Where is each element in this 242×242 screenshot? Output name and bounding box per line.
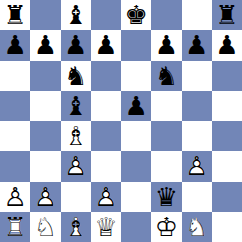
square-c2[interactable]	[61, 182, 91, 212]
piece-black-pawn: ♟	[0, 30, 30, 60]
piece-white-pawn: ♟♙	[182, 151, 212, 181]
chess-board: ♜♝♚♜♟♟♟♟♟♟♟♞♞♝♟♝♗♟♙♟♙♟♙♟♙♟♙♛♜♖♞♘♝♗♛♕♚♔♞♘	[0, 0, 242, 242]
piece-black-pawn: ♟	[91, 30, 121, 60]
square-f7[interactable]: ♟	[151, 30, 181, 60]
square-d2[interactable]: ♟♙	[91, 182, 121, 212]
square-h8[interactable]: ♜	[212, 0, 242, 30]
square-c8[interactable]: ♝	[61, 0, 91, 30]
square-g5[interactable]	[182, 91, 212, 121]
piece-white-knight: ♞♘	[30, 212, 60, 242]
square-f5[interactable]	[151, 91, 181, 121]
square-c7[interactable]: ♟	[61, 30, 91, 60]
square-e7[interactable]	[121, 30, 151, 60]
square-h2[interactable]	[212, 182, 242, 212]
square-a3[interactable]	[0, 151, 30, 181]
square-e2[interactable]	[121, 182, 151, 212]
square-e5[interactable]: ♟	[121, 91, 151, 121]
square-a1[interactable]: ♜♖	[0, 212, 30, 242]
square-b7[interactable]: ♟	[30, 30, 60, 60]
square-f8[interactable]	[151, 0, 181, 30]
piece-black-pawn: ♟	[30, 30, 60, 60]
piece-black-king: ♚	[121, 0, 151, 30]
square-g6[interactable]	[182, 61, 212, 91]
piece-black-pawn: ♟	[61, 30, 91, 60]
square-f2[interactable]: ♛	[151, 182, 181, 212]
piece-black-knight: ♞	[61, 61, 91, 91]
square-b5[interactable]	[30, 91, 60, 121]
square-e8[interactable]: ♚	[121, 0, 151, 30]
piece-white-rook: ♜♖	[0, 212, 30, 242]
piece-white-pawn: ♟♙	[61, 151, 91, 181]
piece-black-bishop: ♝	[61, 91, 91, 121]
piece-black-rook: ♜	[212, 0, 242, 30]
piece-black-pawn: ♟	[182, 30, 212, 60]
piece-white-knight: ♞♘	[182, 212, 212, 242]
square-a2[interactable]: ♟♙	[0, 182, 30, 212]
square-c4[interactable]: ♝♗	[61, 121, 91, 151]
square-d7[interactable]: ♟	[91, 30, 121, 60]
piece-white-queen: ♛♕	[91, 212, 121, 242]
square-b4[interactable]	[30, 121, 60, 151]
square-d8[interactable]	[91, 0, 121, 30]
square-d1[interactable]: ♛♕	[91, 212, 121, 242]
square-b8[interactable]	[30, 0, 60, 30]
square-g3[interactable]: ♟♙	[182, 151, 212, 181]
piece-black-bishop: ♝	[61, 0, 91, 30]
piece-black-rook: ♜	[0, 0, 30, 30]
square-a7[interactable]: ♟	[0, 30, 30, 60]
square-g1[interactable]: ♞♘	[182, 212, 212, 242]
piece-white-king: ♚♔	[151, 212, 181, 242]
square-d3[interactable]	[91, 151, 121, 181]
square-g7[interactable]: ♟	[182, 30, 212, 60]
square-f4[interactable]	[151, 121, 181, 151]
piece-black-queen: ♛	[151, 182, 181, 212]
piece-black-pawn: ♟	[212, 30, 242, 60]
square-g8[interactable]	[182, 0, 212, 30]
square-a8[interactable]: ♜	[0, 0, 30, 30]
piece-white-pawn: ♟♙	[0, 182, 30, 212]
square-c3[interactable]: ♟♙	[61, 151, 91, 181]
square-d4[interactable]	[91, 121, 121, 151]
square-h7[interactable]: ♟	[212, 30, 242, 60]
square-f1[interactable]: ♚♔	[151, 212, 181, 242]
square-a4[interactable]	[0, 121, 30, 151]
piece-white-pawn: ♟♙	[30, 182, 60, 212]
square-h1[interactable]	[212, 212, 242, 242]
piece-white-pawn: ♟♙	[91, 182, 121, 212]
square-c6[interactable]: ♞	[61, 61, 91, 91]
square-e6[interactable]	[121, 61, 151, 91]
square-h3[interactable]	[212, 151, 242, 181]
square-b2[interactable]: ♟♙	[30, 182, 60, 212]
square-d6[interactable]	[91, 61, 121, 91]
square-g2[interactable]	[182, 182, 212, 212]
square-h5[interactable]	[212, 91, 242, 121]
square-b1[interactable]: ♞♘	[30, 212, 60, 242]
piece-black-pawn: ♟	[151, 30, 181, 60]
square-a5[interactable]	[0, 91, 30, 121]
square-c1[interactable]: ♝♗	[61, 212, 91, 242]
square-h6[interactable]	[212, 61, 242, 91]
square-a6[interactable]	[0, 61, 30, 91]
square-f6[interactable]: ♞	[151, 61, 181, 91]
square-g4[interactable]	[182, 121, 212, 151]
square-h4[interactable]	[212, 121, 242, 151]
piece-white-bishop: ♝♗	[61, 121, 91, 151]
square-e3[interactable]	[121, 151, 151, 181]
square-c5[interactable]: ♝	[61, 91, 91, 121]
square-b3[interactable]	[30, 151, 60, 181]
square-e4[interactable]	[121, 121, 151, 151]
square-f3[interactable]	[151, 151, 181, 181]
piece-black-knight: ♞	[151, 61, 181, 91]
piece-white-bishop: ♝♗	[61, 212, 91, 242]
piece-black-pawn: ♟	[121, 91, 151, 121]
square-e1[interactable]	[121, 212, 151, 242]
square-d5[interactable]	[91, 91, 121, 121]
square-b6[interactable]	[30, 61, 60, 91]
